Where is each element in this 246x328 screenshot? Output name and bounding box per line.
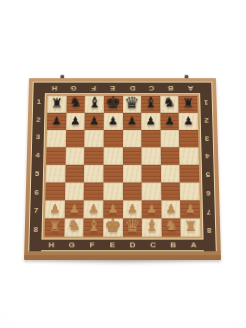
file-label-h: H bbox=[45, 83, 65, 94]
square-h4 bbox=[46, 147, 65, 165]
square-f4 bbox=[84, 147, 103, 165]
file-labels-top: HGFEDCBA bbox=[45, 83, 200, 94]
black-pawn: ♟ bbox=[108, 115, 118, 126]
rank-label-1: 1 bbox=[200, 93, 212, 111]
rank-label-4: 4 bbox=[201, 147, 213, 165]
black-knight: ♞ bbox=[69, 96, 82, 109]
square-c2: ♟ bbox=[141, 113, 160, 130]
square-g2: ♟ bbox=[66, 113, 85, 130]
square-f8: ♝ bbox=[84, 218, 104, 236]
band-corner bbox=[204, 240, 216, 252]
square-d3 bbox=[123, 130, 142, 147]
square-c6 bbox=[142, 183, 161, 201]
band-corner bbox=[200, 83, 212, 94]
white-bishop: ♝ bbox=[145, 218, 159, 233]
square-e1: ♚ bbox=[104, 96, 123, 113]
square-c4 bbox=[141, 147, 160, 165]
rank-label-5: 5 bbox=[31, 165, 43, 183]
file-label-d: D bbox=[123, 240, 143, 252]
square-f7: ♟ bbox=[84, 200, 103, 218]
square-b2: ♟ bbox=[160, 113, 179, 130]
square-h2: ♟ bbox=[47, 113, 66, 130]
black-pawn: ♟ bbox=[51, 115, 62, 126]
square-g1: ♞ bbox=[66, 96, 85, 113]
square-a4 bbox=[179, 147, 198, 165]
rank-label-8: 8 bbox=[30, 221, 42, 240]
square-e3 bbox=[104, 130, 123, 147]
square-g4 bbox=[65, 147, 84, 165]
black-knight: ♞ bbox=[163, 96, 176, 109]
square-g7: ♟ bbox=[64, 200, 84, 218]
square-a1: ♜ bbox=[179, 96, 198, 113]
band-corner bbox=[29, 240, 41, 252]
white-pawn: ♟ bbox=[49, 203, 60, 214]
rank-label-6: 6 bbox=[202, 183, 214, 202]
board-frame: HGFEDCBA 12345678 ♜♞♝♚♛♝♞♜♟♟♟♟♟♟♟♟♟♟♟♟♟♟… bbox=[24, 78, 221, 260]
square-a8: ♜ bbox=[181, 218, 201, 236]
chess-board: HGFEDCBA 12345678 ♜♞♝♚♛♝♞♜♟♟♟♟♟♟♟♟♟♟♟♟♟♟… bbox=[24, 78, 221, 260]
black-pawn: ♟ bbox=[164, 115, 174, 126]
square-a3 bbox=[179, 130, 198, 147]
square-g8: ♞ bbox=[64, 218, 84, 236]
square-h5 bbox=[46, 165, 65, 183]
rank-label-7: 7 bbox=[30, 202, 42, 221]
square-e4 bbox=[103, 147, 122, 165]
square-c5 bbox=[142, 165, 161, 183]
white-pawn: ♟ bbox=[69, 203, 80, 214]
file-labels-bottom: HGFEDCBA bbox=[41, 240, 204, 252]
black-pawn: ♟ bbox=[183, 115, 194, 126]
file-label-d: D bbox=[123, 83, 142, 94]
square-b5 bbox=[161, 165, 180, 183]
rank-label-7: 7 bbox=[203, 202, 215, 221]
white-bishop: ♝ bbox=[86, 218, 100, 233]
square-c3 bbox=[141, 130, 160, 147]
file-label-b: B bbox=[163, 240, 183, 252]
black-rook: ♜ bbox=[182, 96, 194, 108]
white-pawn: ♟ bbox=[127, 203, 138, 214]
square-d1: ♛ bbox=[123, 96, 142, 113]
rank-label-1: 1 bbox=[33, 93, 45, 111]
square-d5 bbox=[123, 165, 142, 183]
file-label-e: E bbox=[103, 83, 122, 94]
white-knight: ♞ bbox=[164, 218, 178, 232]
square-g5 bbox=[65, 165, 84, 183]
black-pawn: ♟ bbox=[89, 115, 99, 126]
white-pawn: ♟ bbox=[107, 203, 118, 214]
square-d6 bbox=[123, 183, 142, 201]
square-b8: ♞ bbox=[161, 218, 181, 236]
file-label-c: C bbox=[143, 240, 163, 252]
black-pawn: ♟ bbox=[127, 115, 137, 126]
square-f5 bbox=[84, 165, 103, 183]
square-f6 bbox=[84, 183, 103, 201]
square-g3 bbox=[66, 130, 85, 147]
band-corner bbox=[33, 83, 45, 94]
square-c1: ♝ bbox=[141, 96, 160, 113]
square-b7: ♟ bbox=[161, 200, 181, 218]
file-label-g: G bbox=[62, 240, 82, 252]
black-pawn: ♟ bbox=[146, 115, 156, 126]
file-label-g: G bbox=[64, 83, 84, 94]
file-label-a: A bbox=[183, 240, 204, 252]
black-queen: ♛ bbox=[124, 95, 139, 111]
file-label-f: F bbox=[82, 240, 102, 252]
square-d2: ♟ bbox=[123, 113, 142, 130]
white-knight: ♞ bbox=[67, 218, 81, 232]
square-h1: ♜ bbox=[47, 96, 66, 113]
file-label-f: F bbox=[84, 83, 103, 94]
square-b3 bbox=[160, 130, 179, 147]
square-b6 bbox=[161, 183, 180, 201]
square-c7: ♟ bbox=[142, 200, 161, 218]
square-a2: ♟ bbox=[179, 113, 198, 130]
square-d7: ♟ bbox=[123, 200, 142, 218]
square-f3 bbox=[85, 130, 104, 147]
square-d4 bbox=[123, 147, 142, 165]
rank-label-6: 6 bbox=[31, 183, 43, 202]
rank-label-2: 2 bbox=[32, 111, 44, 129]
white-pawn: ♟ bbox=[165, 203, 176, 214]
black-pawn: ♟ bbox=[70, 115, 80, 126]
square-b1: ♞ bbox=[160, 96, 179, 113]
board-inner: ♜♞♝♚♛♝♞♜♟♟♟♟♟♟♟♟♟♟♟♟♟♟♟♟♜♞♝♚♛♝♞♜ bbox=[41, 93, 203, 239]
square-a5 bbox=[180, 165, 199, 183]
file-label-a: A bbox=[181, 83, 201, 94]
rank-label-5: 5 bbox=[202, 165, 214, 183]
rank-labels-right: 12345678 bbox=[200, 93, 215, 239]
black-bishop: ♝ bbox=[87, 95, 101, 109]
square-e2: ♟ bbox=[104, 113, 123, 130]
file-label-b: B bbox=[161, 83, 181, 94]
white-rook: ♜ bbox=[48, 219, 61, 232]
product-photo: HGFEDCBA 12345678 ♜♞♝♚♛♝♞♜♟♟♟♟♟♟♟♟♟♟♟♟♟♟… bbox=[0, 0, 246, 328]
square-h7: ♟ bbox=[45, 200, 65, 218]
square-b4 bbox=[160, 147, 179, 165]
square-e7: ♟ bbox=[103, 200, 122, 218]
white-queen: ♛ bbox=[124, 217, 140, 234]
white-pawn: ♟ bbox=[88, 203, 99, 214]
white-pawn: ♟ bbox=[185, 203, 196, 214]
square-e6 bbox=[103, 183, 122, 201]
rank-label-8: 8 bbox=[203, 221, 215, 240]
black-bishop: ♝ bbox=[144, 95, 158, 109]
square-f2: ♟ bbox=[85, 113, 104, 130]
white-rook: ♜ bbox=[184, 219, 197, 232]
square-a7: ♟ bbox=[180, 200, 200, 218]
rank-label-3: 3 bbox=[32, 129, 44, 147]
square-e8: ♚ bbox=[103, 218, 122, 236]
square-h8: ♜ bbox=[45, 218, 65, 236]
file-label-h: H bbox=[41, 240, 62, 252]
square-d8: ♛ bbox=[123, 218, 142, 236]
rank-label-4: 4 bbox=[32, 147, 44, 165]
square-c8: ♝ bbox=[142, 218, 162, 236]
square-f1: ♝ bbox=[85, 96, 104, 113]
rank-label-3: 3 bbox=[201, 129, 213, 147]
square-a6 bbox=[180, 183, 200, 201]
square-g6 bbox=[65, 183, 84, 201]
square-h6 bbox=[45, 183, 65, 201]
coordinate-band: HGFEDCBA 12345678 ♜♞♝♚♛♝♞♜♟♟♟♟♟♟♟♟♟♟♟♟♟♟… bbox=[28, 82, 217, 252]
white-king: ♚ bbox=[104, 217, 121, 235]
white-pawn: ♟ bbox=[146, 203, 157, 214]
square-h3 bbox=[47, 130, 66, 147]
black-king: ♚ bbox=[105, 94, 121, 111]
file-label-e: E bbox=[102, 240, 122, 252]
squares: ♜♞♝♚♛♝♞♜♟♟♟♟♟♟♟♟♟♟♟♟♟♟♟♟♜♞♝♚♛♝♞♜ bbox=[45, 96, 201, 237]
file-label-c: C bbox=[142, 83, 161, 94]
rank-label-2: 2 bbox=[201, 111, 213, 129]
square-e5 bbox=[103, 165, 122, 183]
black-rook: ♜ bbox=[51, 96, 63, 108]
